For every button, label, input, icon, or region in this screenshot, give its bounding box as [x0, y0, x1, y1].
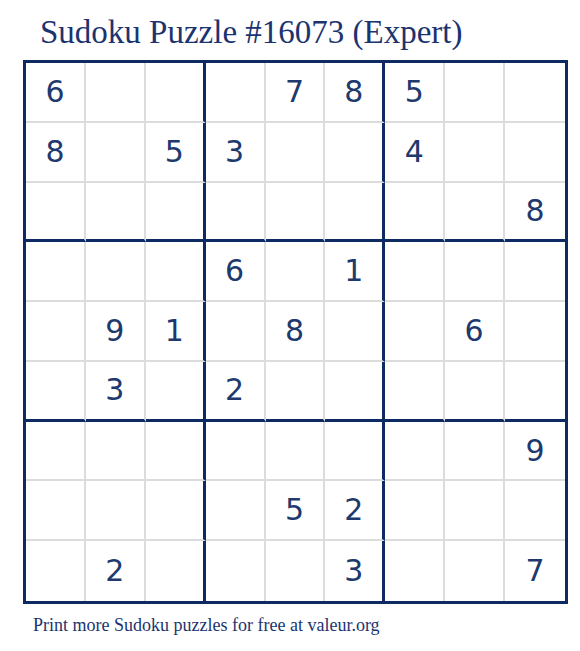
sudoku-cell-empty[interactable] — [385, 422, 445, 482]
sudoku-cell-empty[interactable] — [206, 422, 266, 482]
sudoku-cell-empty[interactable] — [385, 302, 445, 362]
footer-text: Print more Sudoku puzzles for free at va… — [33, 615, 380, 636]
sudoku-cell-empty[interactable] — [445, 123, 505, 183]
sudoku-cell-empty[interactable] — [146, 541, 206, 601]
sudoku-cell-empty[interactable] — [206, 481, 266, 541]
sudoku-cell-given: 3 — [86, 362, 146, 422]
sudoku-cell-empty[interactable] — [146, 242, 206, 302]
sudoku-cell-given: 9 — [505, 422, 565, 482]
sudoku-cell-given: 7 — [266, 63, 326, 123]
sudoku-cell-empty[interactable] — [505, 63, 565, 123]
sudoku-cell-given: 8 — [325, 63, 385, 123]
sudoku-cell-empty[interactable] — [26, 302, 86, 362]
sudoku-cell-empty[interactable] — [385, 481, 445, 541]
sudoku-cell-empty[interactable] — [86, 481, 146, 541]
sudoku-cell-empty[interactable] — [26, 481, 86, 541]
sudoku-cell-empty[interactable] — [445, 422, 505, 482]
sudoku-cell-empty[interactable] — [86, 183, 146, 243]
sudoku-cell-empty[interactable] — [146, 63, 206, 123]
sudoku-cell-given: 7 — [505, 541, 565, 601]
sudoku-cell-empty[interactable] — [325, 123, 385, 183]
sudoku-cell-empty[interactable] — [206, 63, 266, 123]
sudoku-cell-empty[interactable] — [266, 123, 326, 183]
sudoku-cell-empty[interactable] — [325, 422, 385, 482]
sudoku-cell-empty[interactable] — [146, 362, 206, 422]
sudoku-cell-empty[interactable] — [266, 183, 326, 243]
sudoku-cell-empty[interactable] — [146, 422, 206, 482]
sudoku-cell-empty[interactable] — [26, 242, 86, 302]
sudoku-cell-empty[interactable] — [26, 183, 86, 243]
sudoku-cell-given: 4 — [385, 123, 445, 183]
sudoku-cell-empty[interactable] — [505, 302, 565, 362]
sudoku-cell-given: 8 — [505, 183, 565, 243]
sudoku-cell-empty[interactable] — [26, 422, 86, 482]
sudoku-cell-empty[interactable] — [325, 362, 385, 422]
sudoku-cell-empty[interactable] — [385, 242, 445, 302]
sudoku-cell-given: 1 — [146, 302, 206, 362]
sudoku-cell-given: 8 — [26, 123, 86, 183]
sudoku-cell-empty[interactable] — [206, 541, 266, 601]
page-title: Sudoku Puzzle #16073 (Expert) — [40, 14, 463, 51]
sudoku-cell-empty[interactable] — [266, 362, 326, 422]
sudoku-board: 67858534861918632952237 — [23, 60, 568, 604]
sudoku-cell-given: 1 — [325, 242, 385, 302]
sudoku-cell-empty[interactable] — [445, 242, 505, 302]
sudoku-cell-empty[interactable] — [206, 183, 266, 243]
sudoku-cell-empty[interactable] — [266, 242, 326, 302]
sudoku-cell-given: 3 — [325, 541, 385, 601]
sudoku-cell-given: 5 — [266, 481, 326, 541]
sudoku-cell-empty[interactable] — [86, 242, 146, 302]
sudoku-cell-empty[interactable] — [206, 302, 266, 362]
sudoku-cell-given: 2 — [86, 541, 146, 601]
sudoku-cell-empty[interactable] — [146, 183, 206, 243]
sudoku-cell-given: 3 — [206, 123, 266, 183]
sudoku-cell-empty[interactable] — [385, 362, 445, 422]
sudoku-cell-given: 5 — [385, 63, 445, 123]
sudoku-cell-given: 9 — [86, 302, 146, 362]
sudoku-cell-empty[interactable] — [146, 481, 206, 541]
sudoku-cell-empty[interactable] — [385, 541, 445, 601]
sudoku-cell-empty[interactable] — [445, 63, 505, 123]
sudoku-cell-empty[interactable] — [505, 481, 565, 541]
sudoku-cell-empty[interactable] — [86, 123, 146, 183]
sudoku-cell-given: 6 — [206, 242, 266, 302]
sudoku-cell-empty[interactable] — [445, 183, 505, 243]
sudoku-cell-empty[interactable] — [86, 422, 146, 482]
sudoku-cell-given: 2 — [325, 481, 385, 541]
sudoku-cell-given: 6 — [26, 63, 86, 123]
sudoku-cell-empty[interactable] — [385, 183, 445, 243]
sudoku-cell-empty[interactable] — [505, 123, 565, 183]
sudoku-cell-given: 5 — [146, 123, 206, 183]
sudoku-cell-empty[interactable] — [505, 242, 565, 302]
sudoku-cell-empty[interactable] — [505, 362, 565, 422]
sudoku-cell-empty[interactable] — [325, 183, 385, 243]
sudoku-cell-given: 2 — [206, 362, 266, 422]
sudoku-cell-empty[interactable] — [266, 422, 326, 482]
sudoku-cell-empty[interactable] — [445, 481, 505, 541]
sudoku-cell-empty[interactable] — [26, 541, 86, 601]
sudoku-cell-empty[interactable] — [26, 362, 86, 422]
sudoku-cell-empty[interactable] — [445, 362, 505, 422]
sudoku-cell-empty[interactable] — [325, 302, 385, 362]
sudoku-cell-empty[interactable] — [445, 541, 505, 601]
sudoku-cell-empty[interactable] — [86, 63, 146, 123]
sudoku-cell-empty[interactable] — [266, 541, 326, 601]
sudoku-cell-given: 8 — [266, 302, 326, 362]
sudoku-cell-given: 6 — [445, 302, 505, 362]
